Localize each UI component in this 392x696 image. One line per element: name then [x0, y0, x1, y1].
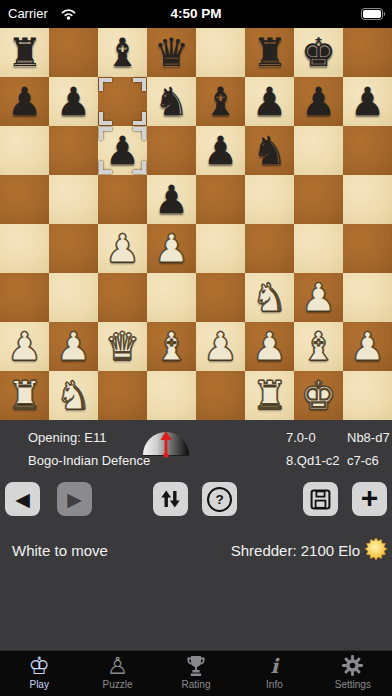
square-f4[interactable]: [245, 224, 294, 273]
tab-rating-label: Rating: [182, 679, 211, 690]
forward-move-button[interactable]: ▶: [57, 482, 92, 516]
save-game-button[interactable]: [303, 482, 338, 516]
square-c2[interactable]: ♛: [98, 322, 147, 371]
square-b7[interactable]: ♟: [49, 77, 98, 126]
black-pawn: ♟: [245, 77, 294, 126]
square-c6[interactable]: ♟: [98, 126, 147, 175]
square-g4[interactable]: [294, 224, 343, 273]
up-down-arrows-icon: [160, 489, 181, 509]
square-f8[interactable]: ♜: [245, 28, 294, 77]
square-b5[interactable]: [49, 175, 98, 224]
square-h1[interactable]: [343, 371, 392, 420]
square-f3[interactable]: ♞: [245, 273, 294, 322]
square-h8[interactable]: [343, 28, 392, 77]
square-b1[interactable]: ♞: [49, 371, 98, 420]
square-g2[interactable]: ♝: [294, 322, 343, 371]
square-c3[interactable]: [98, 273, 147, 322]
trophy-icon: [184, 653, 208, 678]
black-pawn: ♟: [343, 77, 392, 126]
white-pawn: ♟: [343, 322, 392, 371]
tab-puzzle[interactable]: ♙ Puzzle: [78, 651, 156, 696]
black-pawn: ♟: [196, 126, 245, 175]
clock: 4:50 PM: [0, 6, 392, 21]
square-c4[interactable]: ♟: [98, 224, 147, 273]
square-b6[interactable]: [49, 126, 98, 175]
floppy-disk-icon: [310, 489, 331, 510]
black-knight: ♞: [147, 77, 196, 126]
square-a7[interactable]: ♟: [0, 77, 49, 126]
white-pawn: ♟: [49, 322, 98, 371]
square-g7[interactable]: ♟: [294, 77, 343, 126]
square-e2[interactable]: ♟: [196, 322, 245, 371]
square-h4[interactable]: [343, 224, 392, 273]
black-bishop: ♝: [196, 77, 245, 126]
square-a1[interactable]: ♜: [0, 371, 49, 420]
square-e4[interactable]: [196, 224, 245, 273]
evaluation-needle-icon: [143, 426, 189, 458]
square-a5[interactable]: [0, 175, 49, 224]
black-queen: ♛: [147, 28, 196, 77]
square-c7[interactable]: [98, 77, 147, 126]
back-move-button[interactable]: ◀: [5, 482, 40, 516]
flip-sides-button[interactable]: [153, 482, 188, 516]
white-pawn: ♟: [0, 322, 49, 371]
new-game-button[interactable]: +: [352, 482, 387, 516]
black-rook: ♜: [0, 28, 49, 77]
white-pawn: ♟: [98, 224, 147, 273]
king-icon: ♔: [28, 653, 50, 678]
move-7-black: Nb8-d7: [347, 430, 390, 445]
hint-button[interactable]: ?: [202, 482, 237, 516]
square-f5[interactable]: [245, 175, 294, 224]
square-a6[interactable]: [0, 126, 49, 175]
square-c5[interactable]: [98, 175, 147, 224]
back-triangle-icon: ◀: [15, 490, 30, 509]
black-king: ♚: [294, 28, 343, 77]
black-knight: ♞: [245, 126, 294, 175]
app-screen: Carrier 4:50 PM ♜♝♛♜♚♟♟♞♝♟♟♟♟♟♞♟♟♟♞♟♟♟♛♝…: [0, 0, 392, 696]
pawn-icon: ♙: [107, 653, 129, 678]
white-king: ♚: [294, 371, 343, 420]
white-pawn: ♟: [147, 224, 196, 273]
white-bishop: ♝: [147, 322, 196, 371]
tab-info[interactable]: i Info: [235, 651, 313, 696]
tab-play[interactable]: ♔ Play: [0, 651, 78, 696]
square-d5[interactable]: ♟: [147, 175, 196, 224]
square-d2[interactable]: ♝: [147, 322, 196, 371]
black-rook: ♜: [245, 28, 294, 77]
square-h3[interactable]: [343, 273, 392, 322]
square-e8[interactable]: [196, 28, 245, 77]
square-d1[interactable]: [147, 371, 196, 420]
square-b4[interactable]: [49, 224, 98, 273]
tab-settings[interactable]: Settings: [314, 651, 392, 696]
square-d6[interactable]: [147, 126, 196, 175]
status-bar: Carrier 4:50 PM: [0, 0, 392, 28]
square-b3[interactable]: [49, 273, 98, 322]
square-d8[interactable]: ♛: [147, 28, 196, 77]
square-f7[interactable]: ♟: [245, 77, 294, 126]
square-e3[interactable]: [196, 273, 245, 322]
square-d4[interactable]: ♟: [147, 224, 196, 273]
sun-strength-icon: [365, 538, 387, 560]
move-8-black: c7-c6: [347, 453, 379, 468]
white-pawn: ♟: [294, 273, 343, 322]
opening-code: Opening: E11: [28, 430, 107, 445]
black-pawn: ♟: [294, 77, 343, 126]
forward-triangle-icon: ▶: [67, 490, 82, 509]
white-knight: ♞: [49, 371, 98, 420]
square-g5[interactable]: [294, 175, 343, 224]
white-knight: ♞: [245, 273, 294, 322]
white-pawn: ♟: [245, 322, 294, 371]
tab-info-label: Info: [266, 679, 283, 690]
move-highlight-c7: [99, 78, 146, 125]
battery-icon: [361, 8, 386, 20]
square-e5[interactable]: [196, 175, 245, 224]
white-pawn: ♟: [196, 322, 245, 371]
tab-bar: ♔ Play ♙ Puzzle Rating i Inf: [0, 650, 392, 696]
white-queen: ♛: [98, 322, 147, 371]
square-g8[interactable]: ♚: [294, 28, 343, 77]
square-b8[interactable]: [49, 28, 98, 77]
square-g1[interactable]: ♚: [294, 371, 343, 420]
square-a3[interactable]: [0, 273, 49, 322]
square-f1[interactable]: ♜: [245, 371, 294, 420]
tab-puzzle-label: Puzzle: [103, 679, 133, 690]
tab-play-label: Play: [29, 679, 48, 690]
white-rook: ♜: [0, 371, 49, 420]
square-g6[interactable]: [294, 126, 343, 175]
square-h5[interactable]: [343, 175, 392, 224]
black-pawn: ♟: [49, 77, 98, 126]
move-highlight-c6: [99, 127, 146, 174]
white-bishop: ♝: [294, 322, 343, 371]
square-a8[interactable]: ♜: [0, 28, 49, 77]
square-f2[interactable]: ♟: [245, 322, 294, 371]
square-e1[interactable]: [196, 371, 245, 420]
black-bishop: ♝: [98, 28, 147, 77]
move-7-white: 7.0-0: [286, 430, 316, 445]
gear-icon: [341, 653, 364, 678]
square-d7[interactable]: ♞: [147, 77, 196, 126]
turn-indicator: White to move: [12, 542, 108, 559]
square-f6[interactable]: ♞: [245, 126, 294, 175]
square-c8[interactable]: ♝: [98, 28, 147, 77]
square-h6[interactable]: [343, 126, 392, 175]
question-mark-icon: ?: [207, 487, 232, 512]
square-e6[interactable]: ♟: [196, 126, 245, 175]
engine-strength-label: Shredder: 2100 Elo: [231, 542, 360, 559]
black-pawn: ♟: [147, 175, 196, 224]
black-pawn: ♟: [0, 77, 49, 126]
square-b2[interactable]: ♟: [49, 322, 98, 371]
square-h7[interactable]: ♟: [343, 77, 392, 126]
move-8-white: 8.Qd1-c2: [286, 453, 339, 468]
square-g3[interactable]: ♟: [294, 273, 343, 322]
chess-board: ♜♝♛♜♚♟♟♞♝♟♟♟♟♟♞♟♟♟♞♟♟♟♛♝♟♟♝♟♜♞♜♚: [0, 28, 392, 420]
plus-icon: +: [361, 483, 379, 513]
opening-name: Bogo-Indian Defence: [28, 453, 150, 468]
tab-rating[interactable]: Rating: [157, 651, 235, 696]
info-icon: i: [271, 653, 279, 678]
square-a4[interactable]: [0, 224, 49, 273]
square-d3[interactable]: [147, 273, 196, 322]
square-e7[interactable]: ♝: [196, 77, 245, 126]
square-h2[interactable]: ♟: [343, 322, 392, 371]
white-rook: ♜: [245, 371, 294, 420]
square-a2[interactable]: ♟: [0, 322, 49, 371]
square-c1[interactable]: [98, 371, 147, 420]
tab-settings-label: Settings: [335, 679, 371, 690]
